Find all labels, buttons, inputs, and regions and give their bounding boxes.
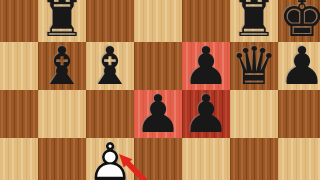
square-b8[interactable] [0,0,38,42]
square-e7[interactable] [134,42,182,90]
square-f7[interactable]: ♟ [182,42,230,90]
square-b6[interactable] [0,90,38,138]
square-g5[interactable] [230,138,278,180]
square-c6[interactable] [38,90,86,138]
chess-app-screen: ♜♜♚♝♝♟♛♟♟♟♟♙ [0,0,320,180]
square-c5[interactable] [38,138,86,180]
square-h7[interactable]: ♟ [278,42,320,90]
square-c7[interactable]: ♝ [38,42,86,90]
square-d7[interactable]: ♝ [86,42,134,90]
black-bishop-c7-piece[interactable]: ♝ [38,42,86,90]
chess-board: ♜♜♚♝♝♟♛♟♟♟♟♙ [0,0,320,180]
square-b5[interactable] [0,138,38,180]
square-h5[interactable] [278,138,320,180]
black-pawn-glyph: ♟ [278,42,320,90]
black-queen-glyph: ♛ [230,42,278,90]
square-f6[interactable]: ♟ [182,90,230,138]
square-h6[interactable] [278,90,320,138]
black-queen-g7-piece[interactable]: ♛ [230,42,278,90]
black-pawn-glyph: ♟ [134,90,182,138]
black-bishop-glyph: ♝ [38,42,86,90]
square-d5[interactable]: ♟♙ [86,138,134,180]
black-pawn-e6-piece[interactable]: ♟ [134,90,182,138]
square-b7[interactable] [0,42,38,90]
black-bishop-d7-piece[interactable]: ♝ [86,42,134,90]
black-bishop-glyph: ♝ [86,42,134,90]
white-pawn-d5-piece[interactable]: ♟♙ [86,138,134,180]
square-f5[interactable] [182,138,230,180]
black-pawn-glyph: ♟ [182,42,230,90]
square-g6[interactable] [230,90,278,138]
square-e5[interactable] [134,138,182,180]
square-e8[interactable] [134,0,182,42]
black-pawn-h7-piece[interactable]: ♟ [278,42,320,90]
black-pawn-glyph: ♟ [182,90,230,138]
black-pawn-f7-piece[interactable]: ♟ [182,42,230,90]
square-d6[interactable] [86,90,134,138]
white-pawn-outline-glyph: ♙ [86,138,134,180]
square-e6[interactable]: ♟ [134,90,182,138]
black-pawn-f6-piece[interactable]: ♟ [182,90,230,138]
square-g7[interactable]: ♛ [230,42,278,90]
